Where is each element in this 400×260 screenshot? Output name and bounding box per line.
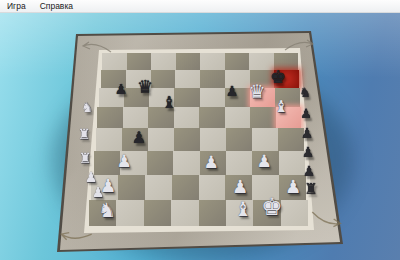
square-d6[interactable] [174,88,199,107]
white-pawn-e3[interactable]: ♟ [203,154,218,171]
captured-white-pawn: ♟ [85,170,98,184]
square-b1[interactable] [116,200,143,226]
black-pawn-a7[interactable]: ♟ [115,82,128,96]
square-d8[interactable] [176,53,201,70]
square-d2[interactable] [172,175,199,200]
square-g5[interactable] [250,107,276,128]
captured-black-pawn: ♟ [301,126,314,140]
square-d1[interactable] [171,200,198,226]
black-bishop-c6[interactable]: ♝ [162,95,176,111]
square-e5[interactable] [199,107,225,128]
captured-black-knight: ♞ [299,86,311,99]
ornament-top-left-icon [80,40,112,54]
square-e6[interactable] [200,88,225,107]
captured-black-rook: ♜ [304,182,317,197]
square-a8[interactable] [102,53,127,70]
square-a4[interactable] [96,128,122,151]
square-e2[interactable] [199,175,226,200]
white-bishop-f1[interactable]: ♝ [234,199,252,219]
captured-white-rook: ♜ [79,151,92,165]
black-pawn-b4[interactable]: ♟ [132,130,146,146]
captured-black-pawn: ♟ [303,164,316,178]
square-f4[interactable] [226,128,252,151]
square-c3[interactable] [147,151,173,175]
black-pawn-f7[interactable]: ♟ [226,84,239,98]
white-queen-g6[interactable]: ♛ [248,82,265,101]
square-g4[interactable] [252,128,278,151]
square-f3[interactable] [226,151,252,175]
white-king-g1[interactable]: ♚ [261,195,283,219]
square-c1[interactable] [144,200,171,226]
white-knight-a1[interactable]: ♞ [98,200,116,220]
captured-white-rook: ♜ [78,127,91,141]
square-e7[interactable] [200,70,225,88]
square-a5[interactable] [97,107,123,128]
captured-black-pawn: ♟ [300,107,312,120]
white-pawn-h2[interactable]: ♟ [285,178,301,196]
captured-black-pawn: ♟ [302,145,315,159]
white-pawn-b3[interactable]: ♟ [116,153,131,170]
square-c7[interactable] [151,70,176,88]
menu-bar: Игра Справка [0,0,400,13]
square-c4[interactable] [148,128,174,151]
square-d3[interactable] [173,151,199,175]
white-pawn-a2[interactable]: ♟ [100,177,116,195]
white-bishop-h5[interactable]: ♝ [274,99,288,115]
square-f5[interactable] [225,107,251,128]
menu-help[interactable]: Справка [33,0,80,12]
captured-white-knight: ♞ [81,101,93,114]
black-queen-b7[interactable]: ♛ [137,78,153,96]
square-h1[interactable] [281,200,308,226]
square-d7[interactable] [175,70,200,88]
white-pawn-f2[interactable]: ♟ [232,178,248,196]
square-e1[interactable] [199,200,226,226]
square-b8[interactable] [127,53,152,70]
square-c2[interactable] [145,175,172,200]
ornament-top-right-icon [284,38,316,52]
square-d5[interactable] [174,107,200,128]
square-c8[interactable] [151,53,176,70]
square-d4[interactable] [174,128,200,151]
square-b2[interactable] [118,175,145,200]
square-f8[interactable] [225,53,250,70]
menu-game[interactable]: Игра [0,0,33,12]
game-stage: ♟♛♟♚♝♛♝♟♟♟♟♟♟♟♞♝♚ ♞♜♜♟♟♞♟♟♟♟♜ [0,0,400,260]
black-king-h7[interactable]: ♚ [270,68,286,86]
white-pawn-g3[interactable]: ♟ [256,153,271,170]
chess-titans-window: ♟♛♟♚♝♛♝♟♟♟♟♟♟♟♞♝♚ ♞♜♜♟♟♞♟♟♟♟♜ Игра Справ… [0,0,400,260]
square-e8[interactable] [200,53,225,70]
square-b5[interactable] [123,107,149,128]
square-e4[interactable] [200,128,226,151]
